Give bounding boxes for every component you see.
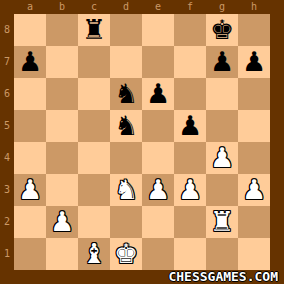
piece-white-bishop: ♝ [82, 238, 106, 270]
square-c2[interactable] [78, 206, 110, 238]
square-b2[interactable]: ♟ [46, 206, 78, 238]
rank-label-6: 6 [0, 78, 14, 110]
piece-black-pawn: ♟ [18, 46, 42, 78]
piece-white-king: ♚ [114, 238, 138, 270]
square-g2[interactable]: ♜ [206, 206, 238, 238]
square-h1[interactable] [238, 238, 270, 270]
piece-black-knight: ♞ [114, 110, 138, 142]
piece-white-pawn: ♟ [50, 206, 74, 238]
square-b6[interactable] [46, 78, 78, 110]
file-label-g: g [206, 0, 238, 14]
piece-white-rook: ♜ [210, 206, 234, 238]
square-g1[interactable] [206, 238, 238, 270]
square-f1[interactable] [174, 238, 206, 270]
rank-label-8: 8 [0, 14, 14, 46]
square-d3[interactable]: ♞ [110, 174, 142, 206]
square-g3[interactable] [206, 174, 238, 206]
square-c1[interactable]: ♝ [78, 238, 110, 270]
square-a5[interactable] [14, 110, 46, 142]
square-e1[interactable] [142, 238, 174, 270]
square-b3[interactable] [46, 174, 78, 206]
square-a7[interactable]: ♟ [14, 46, 46, 78]
square-d5[interactable]: ♞ [110, 110, 142, 142]
piece-white-knight: ♞ [114, 174, 138, 206]
square-a4[interactable] [14, 142, 46, 174]
square-e3[interactable]: ♟ [142, 174, 174, 206]
square-e8[interactable] [142, 14, 174, 46]
file-label-h: h [238, 0, 270, 14]
rank-label-1: 1 [0, 238, 14, 270]
square-a6[interactable] [14, 78, 46, 110]
site-watermark: CHESSGAMES.COM [168, 270, 278, 284]
square-d4[interactable] [110, 142, 142, 174]
piece-white-pawn: ♟ [178, 174, 202, 206]
square-e7[interactable] [142, 46, 174, 78]
piece-white-pawn: ♟ [242, 174, 266, 206]
square-h6[interactable] [238, 78, 270, 110]
square-d6[interactable]: ♞ [110, 78, 142, 110]
piece-black-rook: ♜ [82, 14, 106, 46]
square-b8[interactable] [46, 14, 78, 46]
square-d2[interactable] [110, 206, 142, 238]
square-f4[interactable] [174, 142, 206, 174]
file-label-f: f [174, 0, 206, 14]
square-g7[interactable]: ♟ [206, 46, 238, 78]
square-c8[interactable]: ♜ [78, 14, 110, 46]
square-a3[interactable]: ♟ [14, 174, 46, 206]
square-f2[interactable] [174, 206, 206, 238]
piece-black-knight: ♞ [114, 78, 138, 110]
square-d7[interactable] [110, 46, 142, 78]
rank-label-4: 4 [0, 142, 14, 174]
file-label-c: c [78, 0, 110, 14]
square-c6[interactable] [78, 78, 110, 110]
rank-label-7: 7 [0, 46, 14, 78]
square-e5[interactable] [142, 110, 174, 142]
square-b5[interactable] [46, 110, 78, 142]
square-h4[interactable] [238, 142, 270, 174]
square-d8[interactable] [110, 14, 142, 46]
rank-label-5: 5 [0, 110, 14, 142]
square-b1[interactable] [46, 238, 78, 270]
file-label-d: d [110, 0, 142, 14]
rank-label-3: 3 [0, 174, 14, 206]
rank-labels: 87654321 [0, 14, 14, 270]
file-labels: abcdefgh [14, 0, 270, 14]
square-f6[interactable] [174, 78, 206, 110]
square-a8[interactable] [14, 14, 46, 46]
file-label-a: a [14, 0, 46, 14]
square-h7[interactable]: ♟ [238, 46, 270, 78]
square-e4[interactable] [142, 142, 174, 174]
piece-white-pawn: ♟ [18, 174, 42, 206]
square-a1[interactable] [14, 238, 46, 270]
square-g6[interactable] [206, 78, 238, 110]
square-c3[interactable] [78, 174, 110, 206]
square-b4[interactable] [46, 142, 78, 174]
square-h3[interactable]: ♟ [238, 174, 270, 206]
piece-black-pawn: ♟ [146, 78, 170, 110]
square-g8[interactable]: ♚ [206, 14, 238, 46]
square-d1[interactable]: ♚ [110, 238, 142, 270]
piece-black-pawn: ♟ [210, 46, 234, 78]
square-f3[interactable]: ♟ [174, 174, 206, 206]
chess-board: ♜♚♟♟♟♞♟♞♟♟♟♞♟♟♟♟♜♝♚ [14, 14, 270, 270]
square-f8[interactable] [174, 14, 206, 46]
square-f5[interactable]: ♟ [174, 110, 206, 142]
square-e6[interactable]: ♟ [142, 78, 174, 110]
piece-black-pawn: ♟ [242, 46, 266, 78]
square-g5[interactable] [206, 110, 238, 142]
square-e2[interactable] [142, 206, 174, 238]
square-g4[interactable]: ♟ [206, 142, 238, 174]
square-c4[interactable] [78, 142, 110, 174]
square-h8[interactable] [238, 14, 270, 46]
square-h2[interactable] [238, 206, 270, 238]
chess-diagram: abcdefgh 87654321 ♜♚♟♟♟♞♟♞♟♟♟♞♟♟♟♟♜♝♚ CH… [0, 0, 284, 284]
file-label-b: b [46, 0, 78, 14]
piece-black-king: ♚ [210, 14, 234, 46]
piece-white-pawn: ♟ [146, 174, 170, 206]
file-label-e: e [142, 0, 174, 14]
square-c5[interactable] [78, 110, 110, 142]
piece-black-pawn: ♟ [178, 110, 202, 142]
square-b7[interactable] [46, 46, 78, 78]
square-f7[interactable] [174, 46, 206, 78]
square-a2[interactable] [14, 206, 46, 238]
square-c7[interactable] [78, 46, 110, 78]
square-h5[interactable] [238, 110, 270, 142]
rank-label-2: 2 [0, 206, 14, 238]
piece-white-pawn: ♟ [210, 142, 234, 174]
